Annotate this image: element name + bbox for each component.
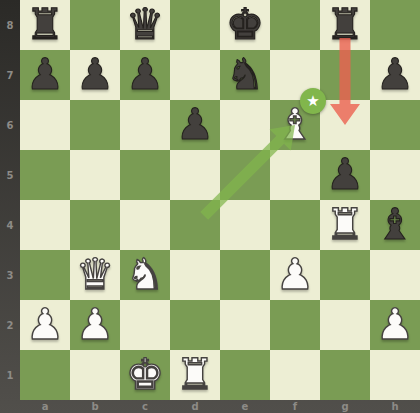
file-label-g: g (320, 400, 370, 413)
square-f8[interactable] (270, 0, 320, 50)
piece-white-pawn-a2[interactable]: ♟ (20, 300, 70, 350)
piece-black-pawn-d6[interactable]: ♟ (170, 100, 220, 150)
square-e3[interactable] (220, 250, 270, 300)
square-a3[interactable] (20, 250, 70, 300)
square-e4[interactable] (220, 200, 270, 250)
square-f5[interactable] (270, 150, 320, 200)
square-b6[interactable] (70, 100, 120, 150)
piece-black-king-e8[interactable]: ♚ (220, 0, 270, 50)
rank-label-4: 4 (0, 200, 20, 250)
square-h5[interactable] (370, 150, 420, 200)
piece-black-pawn-a7[interactable]: ♟ (20, 50, 70, 100)
piece-white-queen-b3[interactable]: ♛ (70, 250, 120, 300)
file-label-a: a (20, 400, 70, 413)
rank-label-3: 3 (0, 250, 20, 300)
square-g2[interactable] (320, 300, 370, 350)
piece-white-pawn-h2[interactable]: ♟ (370, 300, 420, 350)
square-b1[interactable] (70, 350, 120, 400)
square-c6[interactable] (120, 100, 170, 150)
piece-white-king-c1[interactable]: ♚ (120, 350, 170, 400)
square-b8[interactable] (70, 0, 120, 50)
rank-label-6: 6 (0, 100, 20, 150)
file-label-b: b (70, 400, 120, 413)
square-g6[interactable] (320, 100, 370, 150)
piece-black-rook-a8[interactable]: ♜ (20, 0, 70, 50)
square-g1[interactable] (320, 350, 370, 400)
piece-white-rook-g4[interactable]: ♜ (320, 200, 370, 250)
rank-labels: 87654321 (0, 0, 20, 400)
piece-black-bishop-h4[interactable]: ♝ (370, 200, 420, 250)
file-label-h: h (370, 400, 420, 413)
square-c5[interactable] (120, 150, 170, 200)
piece-black-pawn-g5[interactable]: ♟ (320, 150, 370, 200)
piece-white-knight-c3[interactable]: ♞ (120, 250, 170, 300)
square-b4[interactable] (70, 200, 120, 250)
square-a4[interactable] (20, 200, 70, 250)
square-a6[interactable] (20, 100, 70, 150)
square-b5[interactable] (70, 150, 120, 200)
square-e2[interactable] (220, 300, 270, 350)
piece-black-pawn-h7[interactable]: ♟ (370, 50, 420, 100)
piece-white-pawn-b2[interactable]: ♟ (70, 300, 120, 350)
square-a1[interactable] (20, 350, 70, 400)
piece-white-pawn-f3[interactable]: ♟ (270, 250, 320, 300)
square-h6[interactable] (370, 100, 420, 150)
square-g7[interactable] (320, 50, 370, 100)
piece-black-pawn-c7[interactable]: ♟ (120, 50, 170, 100)
square-c4[interactable] (120, 200, 170, 250)
piece-black-pawn-b7[interactable]: ♟ (70, 50, 120, 100)
file-label-e: e (220, 400, 270, 413)
square-f1[interactable] (270, 350, 320, 400)
square-e1[interactable] (220, 350, 270, 400)
rank-label-1: 1 (0, 350, 20, 400)
square-c2[interactable] (120, 300, 170, 350)
file-labels: abcdefgh (20, 400, 420, 413)
rank-label-2: 2 (0, 300, 20, 350)
square-d4[interactable] (170, 200, 220, 250)
square-d5[interactable] (170, 150, 220, 200)
square-d3[interactable] (170, 250, 220, 300)
chess-board-stage: 87654321 ♜♛♚♜♟♟♟♞♟♟♝♟♜♝♛♞♟♟♟♟♚♜ abcdefgh… (0, 0, 420, 413)
rank-label-5: 5 (0, 150, 20, 200)
square-d7[interactable] (170, 50, 220, 100)
rank-label-8: 8 (0, 0, 20, 50)
square-f2[interactable] (270, 300, 320, 350)
piece-black-knight-e7[interactable]: ♞ (220, 50, 270, 100)
square-f7[interactable] (270, 50, 320, 100)
file-label-d: d (170, 400, 220, 413)
square-h8[interactable] (370, 0, 420, 50)
piece-white-bishop-f6[interactable]: ♝ (270, 100, 320, 150)
square-e6[interactable] (220, 100, 270, 150)
square-d2[interactable] (170, 300, 220, 350)
rank-label-7: 7 (0, 50, 20, 100)
square-g3[interactable] (320, 250, 370, 300)
square-e5[interactable] (220, 150, 270, 200)
file-label-f: f (270, 400, 320, 413)
square-f4[interactable] (270, 200, 320, 250)
square-d8[interactable] (170, 0, 220, 50)
piece-black-queen-c8[interactable]: ♛ (120, 0, 170, 50)
piece-black-rook-g8[interactable]: ♜ (320, 0, 370, 50)
square-h1[interactable] (370, 350, 420, 400)
square-h3[interactable] (370, 250, 420, 300)
file-label-c: c (120, 400, 170, 413)
square-a5[interactable] (20, 150, 70, 200)
piece-white-rook-d1[interactable]: ♜ (170, 350, 220, 400)
